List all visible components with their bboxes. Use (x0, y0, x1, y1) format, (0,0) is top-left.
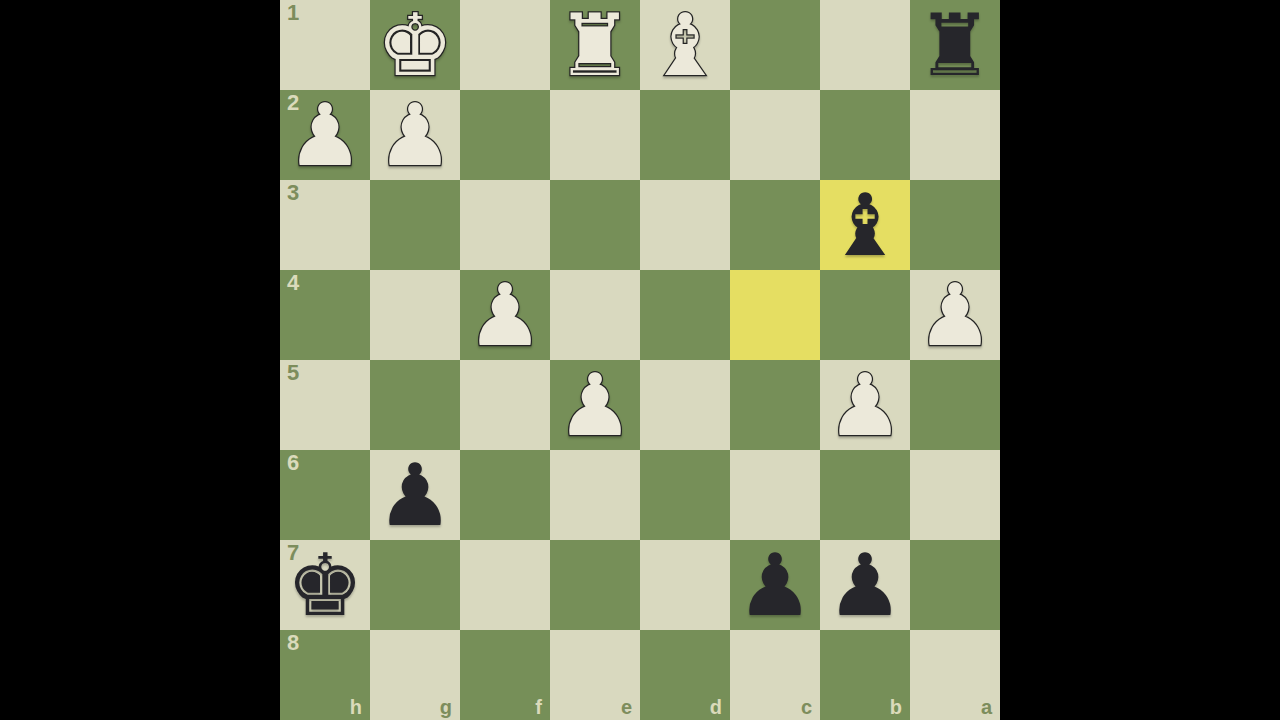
square-b7[interactable]: ♟ (820, 540, 910, 630)
square-c3[interactable] (730, 180, 820, 270)
square-g6[interactable]: ♟ (370, 450, 460, 540)
square-b8[interactable]: b (820, 630, 910, 720)
piece-white-pawn[interactable]: ♟ (910, 270, 1000, 360)
square-d3[interactable] (640, 180, 730, 270)
piece-black-king[interactable]: ♚ (280, 540, 370, 630)
square-h5[interactable]: 5 (280, 360, 370, 450)
square-c1[interactable] (730, 0, 820, 90)
piece-white-pawn[interactable]: ♟ (550, 360, 640, 450)
square-f5[interactable] (460, 360, 550, 450)
square-a7[interactable] (910, 540, 1000, 630)
square-h8[interactable]: 8h (280, 630, 370, 720)
letterbox-left (0, 0, 280, 720)
piece-black-bishop[interactable]: ♝ (820, 180, 910, 270)
square-b3[interactable]: ♝ (820, 180, 910, 270)
square-h3[interactable]: 3 (280, 180, 370, 270)
square-d5[interactable] (640, 360, 730, 450)
square-a2[interactable] (910, 90, 1000, 180)
letterbox-right (1000, 0, 1280, 720)
piece-white-pawn[interactable]: ♟ (280, 90, 370, 180)
square-d8[interactable]: d (640, 630, 730, 720)
square-g1[interactable]: ♚ (370, 0, 460, 90)
square-a3[interactable] (910, 180, 1000, 270)
square-c4[interactable] (730, 270, 820, 360)
square-h4[interactable]: 4 (280, 270, 370, 360)
rank-label-1: 1 (287, 2, 299, 24)
square-d7[interactable] (640, 540, 730, 630)
piece-white-pawn[interactable]: ♟ (820, 360, 910, 450)
square-f2[interactable] (460, 90, 550, 180)
file-label-e: e (621, 697, 632, 717)
square-c6[interactable] (730, 450, 820, 540)
rank-label-3: 3 (287, 182, 299, 204)
square-a8[interactable]: a (910, 630, 1000, 720)
square-b2[interactable] (820, 90, 910, 180)
square-g5[interactable] (370, 360, 460, 450)
square-g8[interactable]: g (370, 630, 460, 720)
square-e2[interactable] (550, 90, 640, 180)
rank-label-4: 4 (287, 272, 299, 294)
file-label-c: c (801, 697, 812, 717)
square-g3[interactable] (370, 180, 460, 270)
piece-black-pawn[interactable]: ♟ (730, 540, 820, 630)
chess-board: 1♚♜♝♜2♟♟3♝4♟♟5♟♟6♟7♚♟♟8hgfedcba (280, 0, 1000, 720)
piece-black-rook[interactable]: ♜ (910, 0, 1000, 90)
file-label-d: d (710, 697, 722, 717)
square-c7[interactable]: ♟ (730, 540, 820, 630)
piece-white-pawn[interactable]: ♟ (370, 90, 460, 180)
square-f6[interactable] (460, 450, 550, 540)
square-f8[interactable]: f (460, 630, 550, 720)
square-e6[interactable] (550, 450, 640, 540)
square-b6[interactable] (820, 450, 910, 540)
square-g7[interactable] (370, 540, 460, 630)
square-e5[interactable]: ♟ (550, 360, 640, 450)
square-g4[interactable] (370, 270, 460, 360)
piece-white-pawn[interactable]: ♟ (460, 270, 550, 360)
rank-label-6: 6 (287, 452, 299, 474)
file-label-a: a (981, 697, 992, 717)
video-frame: 1♚♜♝♜2♟♟3♝4♟♟5♟♟6♟7♚♟♟8hgfedcba (0, 0, 1280, 720)
square-c2[interactable] (730, 90, 820, 180)
square-e1[interactable]: ♜ (550, 0, 640, 90)
square-c8[interactable]: c (730, 630, 820, 720)
square-a1[interactable]: ♜ (910, 0, 1000, 90)
square-a5[interactable] (910, 360, 1000, 450)
square-h7[interactable]: 7♚ (280, 540, 370, 630)
square-a4[interactable]: ♟ (910, 270, 1000, 360)
square-f7[interactable] (460, 540, 550, 630)
piece-white-bishop[interactable]: ♝ (640, 0, 730, 90)
square-b1[interactable] (820, 0, 910, 90)
file-label-h: h (350, 697, 362, 717)
file-label-b: b (890, 697, 902, 717)
square-b5[interactable]: ♟ (820, 360, 910, 450)
square-g2[interactable]: ♟ (370, 90, 460, 180)
square-a6[interactable] (910, 450, 1000, 540)
square-c5[interactable] (730, 360, 820, 450)
square-h1[interactable]: 1 (280, 0, 370, 90)
square-d1[interactable]: ♝ (640, 0, 730, 90)
piece-black-pawn[interactable]: ♟ (820, 540, 910, 630)
square-h6[interactable]: 6 (280, 450, 370, 540)
square-d6[interactable] (640, 450, 730, 540)
piece-white-rook[interactable]: ♜ (550, 0, 640, 90)
square-f3[interactable] (460, 180, 550, 270)
piece-black-pawn[interactable]: ♟ (370, 450, 460, 540)
square-h2[interactable]: 2♟ (280, 90, 370, 180)
square-f1[interactable] (460, 0, 550, 90)
square-e8[interactable]: e (550, 630, 640, 720)
piece-white-king[interactable]: ♚ (370, 0, 460, 90)
square-b4[interactable] (820, 270, 910, 360)
square-f4[interactable]: ♟ (460, 270, 550, 360)
rank-label-8: 8 (287, 632, 299, 654)
rank-label-5: 5 (287, 362, 299, 384)
square-e3[interactable] (550, 180, 640, 270)
square-e4[interactable] (550, 270, 640, 360)
square-d4[interactable] (640, 270, 730, 360)
file-label-g: g (440, 697, 452, 717)
file-label-f: f (535, 697, 542, 717)
square-e7[interactable] (550, 540, 640, 630)
square-d2[interactable] (640, 90, 730, 180)
